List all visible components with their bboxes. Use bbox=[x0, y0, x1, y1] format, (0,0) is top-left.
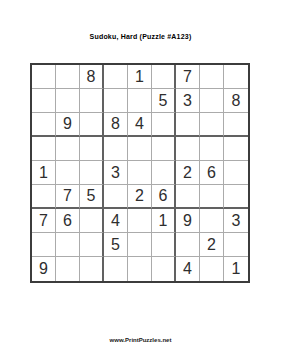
sudoku-cell-r6c4 bbox=[104, 185, 128, 209]
sudoku-cell-r4c2 bbox=[56, 137, 80, 161]
sudoku-cell-r4c7 bbox=[176, 137, 200, 161]
sudoku-cell-r7c1: 7 bbox=[32, 209, 56, 233]
sudoku-cell-r9c5 bbox=[128, 257, 152, 281]
sudoku-cell-r7c2: 6 bbox=[56, 209, 80, 233]
sudoku-cell-r2c8 bbox=[200, 89, 224, 113]
sudoku-cell-r4c8 bbox=[200, 137, 224, 161]
sudoku-cell-r7c8 bbox=[200, 209, 224, 233]
sudoku-cell-r2c9: 8 bbox=[224, 89, 248, 113]
sudoku-cell-r4c6 bbox=[152, 137, 176, 161]
sudoku-cell-r6c7 bbox=[176, 185, 200, 209]
sudoku-cell-r2c5 bbox=[128, 89, 152, 113]
sudoku-cell-r9c9: 1 bbox=[224, 257, 248, 281]
sudoku-cell-r3c4: 8 bbox=[104, 113, 128, 137]
sudoku-cell-r7c7: 9 bbox=[176, 209, 200, 233]
sudoku-cell-r3c6 bbox=[152, 113, 176, 137]
sudoku-cell-r1c3: 8 bbox=[80, 65, 104, 89]
sudoku-cell-r3c8 bbox=[200, 113, 224, 137]
puzzle-title: Sudoku, Hard (Puzzle #A123) bbox=[0, 33, 281, 40]
sudoku-cell-r5c2 bbox=[56, 161, 80, 185]
sudoku-cell-r2c1 bbox=[32, 89, 56, 113]
sudoku-cell-r2c4 bbox=[104, 89, 128, 113]
sudoku-cell-r9c6 bbox=[152, 257, 176, 281]
sudoku-cell-r3c1 bbox=[32, 113, 56, 137]
sudoku-cell-r1c8 bbox=[200, 65, 224, 89]
sudoku-cell-r3c9 bbox=[224, 113, 248, 137]
sudoku-cell-r3c3 bbox=[80, 113, 104, 137]
sudoku-cell-r5c8: 6 bbox=[200, 161, 224, 185]
sudoku-cell-r9c7: 4 bbox=[176, 257, 200, 281]
sudoku-cell-r6c1 bbox=[32, 185, 56, 209]
sudoku-cell-r8c4: 5 bbox=[104, 233, 128, 257]
sudoku-cell-r7c6: 1 bbox=[152, 209, 176, 233]
sudoku-cell-r1c1 bbox=[32, 65, 56, 89]
sudoku-cell-r5c4: 3 bbox=[104, 161, 128, 185]
sudoku-cell-r3c7 bbox=[176, 113, 200, 137]
sudoku-cell-r1c2 bbox=[56, 65, 80, 89]
sudoku-cell-r3c2: 9 bbox=[56, 113, 80, 137]
sudoku-cell-r8c1 bbox=[32, 233, 56, 257]
sudoku-cell-r7c9: 3 bbox=[224, 209, 248, 233]
sudoku-cell-r9c4 bbox=[104, 257, 128, 281]
sudoku-cell-r4c3 bbox=[80, 137, 104, 161]
sudoku-cell-r4c9 bbox=[224, 137, 248, 161]
sudoku-cell-r1c6 bbox=[152, 65, 176, 89]
sudoku-cell-r7c3 bbox=[80, 209, 104, 233]
sudoku-cell-r1c9 bbox=[224, 65, 248, 89]
sudoku-cell-r7c4: 4 bbox=[104, 209, 128, 233]
sudoku-cell-r5c6 bbox=[152, 161, 176, 185]
sudoku-cell-r5c1: 1 bbox=[32, 161, 56, 185]
sudoku-cell-r6c9 bbox=[224, 185, 248, 209]
sudoku-cell-r2c3 bbox=[80, 89, 104, 113]
sudoku-cell-r4c4 bbox=[104, 137, 128, 161]
sudoku-cell-r8c3 bbox=[80, 233, 104, 257]
sudoku-cell-r6c5: 2 bbox=[128, 185, 152, 209]
sudoku-cell-r6c8 bbox=[200, 185, 224, 209]
sudoku-cell-r6c6: 6 bbox=[152, 185, 176, 209]
sudoku-cell-r8c9 bbox=[224, 233, 248, 257]
sudoku-cell-r2c2 bbox=[56, 89, 80, 113]
sudoku-cell-r2c7: 3 bbox=[176, 89, 200, 113]
sudoku-cell-r6c3: 5 bbox=[80, 185, 104, 209]
sudoku-cell-r9c8 bbox=[200, 257, 224, 281]
footer-credit: www.PrintPuzzles.net bbox=[0, 337, 281, 343]
sudoku-cell-r6c2: 7 bbox=[56, 185, 80, 209]
sudoku-cell-r5c3 bbox=[80, 161, 104, 185]
sudoku-cell-r1c5: 1 bbox=[128, 65, 152, 89]
sudoku-cell-r5c5 bbox=[128, 161, 152, 185]
sudoku-cell-r5c9 bbox=[224, 161, 248, 185]
sudoku-cell-r8c8: 2 bbox=[200, 233, 224, 257]
sudoku-cell-r2c6: 5 bbox=[152, 89, 176, 113]
sudoku-cell-r1c4 bbox=[104, 65, 128, 89]
sudoku-cell-r9c2 bbox=[56, 257, 80, 281]
sudoku-cell-r5c7: 2 bbox=[176, 161, 200, 185]
sudoku-cell-r8c2 bbox=[56, 233, 80, 257]
sudoku-cell-r8c6 bbox=[152, 233, 176, 257]
sudoku-cell-r4c5 bbox=[128, 137, 152, 161]
sudoku-cell-r9c1: 9 bbox=[32, 257, 56, 281]
sudoku-page: Sudoku, Hard (Puzzle #A123) 817538984132… bbox=[0, 0, 281, 363]
sudoku-cell-r7c5 bbox=[128, 209, 152, 233]
sudoku-cell-r4c1 bbox=[32, 137, 56, 161]
sudoku-cell-r8c5 bbox=[128, 233, 152, 257]
sudoku-cell-r9c3 bbox=[80, 257, 104, 281]
sudoku-cell-r3c5: 4 bbox=[128, 113, 152, 137]
sudoku-cell-r1c7: 7 bbox=[176, 65, 200, 89]
sudoku-cell-r8c7 bbox=[176, 233, 200, 257]
sudoku-grid: 8175389841326752676419352941 bbox=[30, 63, 250, 283]
